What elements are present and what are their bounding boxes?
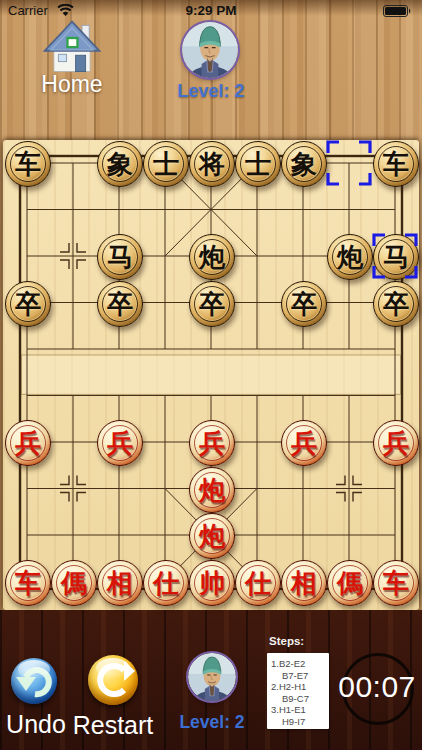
board[interactable]: 车象士将士象车马炮炮马卒卒卒卒卒兵兵兵兵兵炮炮车傌相仕帅仕相傌车	[3, 140, 419, 610]
clock-label: 9:29 PM	[0, 3, 422, 18]
piece-black[interactable]: 马	[97, 234, 143, 280]
control-bar: Undo Restart Level: 2 Steps: 1.B2-E2B7-E…	[0, 610, 422, 750]
player-level-label: Level: 2	[166, 712, 258, 733]
piece-black[interactable]: 卒	[97, 281, 143, 327]
piece-red[interactable]: 仕	[143, 560, 189, 606]
piece-red[interactable]: 傌	[51, 560, 97, 606]
piece-red[interactable]: 兵	[97, 420, 143, 466]
opponent-level-label: Level: 2	[146, 81, 276, 102]
step-entry: H9-I7	[267, 716, 329, 728]
app-screen: Carrier 9:29 PM Home	[0, 0, 422, 750]
undo-button[interactable]	[11, 658, 57, 704]
piece-black[interactable]: 象	[281, 141, 327, 187]
piece-red[interactable]: 相	[281, 560, 327, 606]
steps-title: Steps:	[269, 635, 304, 647]
undo-icon	[11, 658, 57, 704]
piece-red[interactable]: 兵	[5, 420, 51, 466]
status-bar: Carrier 9:29 PM	[0, 0, 422, 20]
piece-red[interactable]: 傌	[327, 560, 373, 606]
piece-black[interactable]: 将	[189, 141, 235, 187]
piece-red[interactable]: 炮	[189, 467, 235, 513]
piece-red[interactable]: 仕	[235, 560, 281, 606]
battery-icon	[383, 5, 411, 20]
piece-black[interactable]: 士	[143, 141, 189, 187]
piece-black[interactable]: 象	[97, 141, 143, 187]
piece-black[interactable]: 炮	[189, 234, 235, 280]
piece-black[interactable]: 车	[373, 141, 419, 187]
restart-button[interactable]	[88, 655, 138, 705]
piece-red[interactable]: 兵	[281, 420, 327, 466]
step-entry: 1.B2-E2	[267, 658, 329, 670]
home-button[interactable]: Home	[22, 18, 122, 114]
timer-label: 00:07	[320, 670, 422, 704]
piece-red[interactable]: 车	[5, 560, 51, 606]
piece-black[interactable]: 车	[5, 141, 51, 187]
piece-black[interactable]: 卒	[5, 281, 51, 327]
piece-black[interactable]: 卒	[189, 281, 235, 327]
piece-red[interactable]: 帅	[189, 560, 235, 606]
piece-black[interactable]: 士	[235, 141, 281, 187]
home-label: Home	[22, 71, 122, 98]
piece-red[interactable]: 兵	[373, 420, 419, 466]
piece-black[interactable]: 炮	[327, 234, 373, 280]
piece-red[interactable]: 车	[373, 560, 419, 606]
piece-red[interactable]: 炮	[189, 513, 235, 559]
player-avatar	[188, 653, 236, 701]
step-entry: 3.H1-E1	[267, 704, 329, 716]
piece-red[interactable]: 相	[97, 560, 143, 606]
restart-label: Restart	[65, 711, 161, 740]
home-icon	[43, 19, 101, 77]
restart-icon	[88, 655, 138, 705]
piece-black[interactable]: 马	[373, 234, 419, 280]
piece-black[interactable]: 卒	[281, 281, 327, 327]
piece-black[interactable]: 卒	[373, 281, 419, 327]
opponent-avatar	[182, 22, 238, 78]
piece-red[interactable]: 兵	[189, 420, 235, 466]
